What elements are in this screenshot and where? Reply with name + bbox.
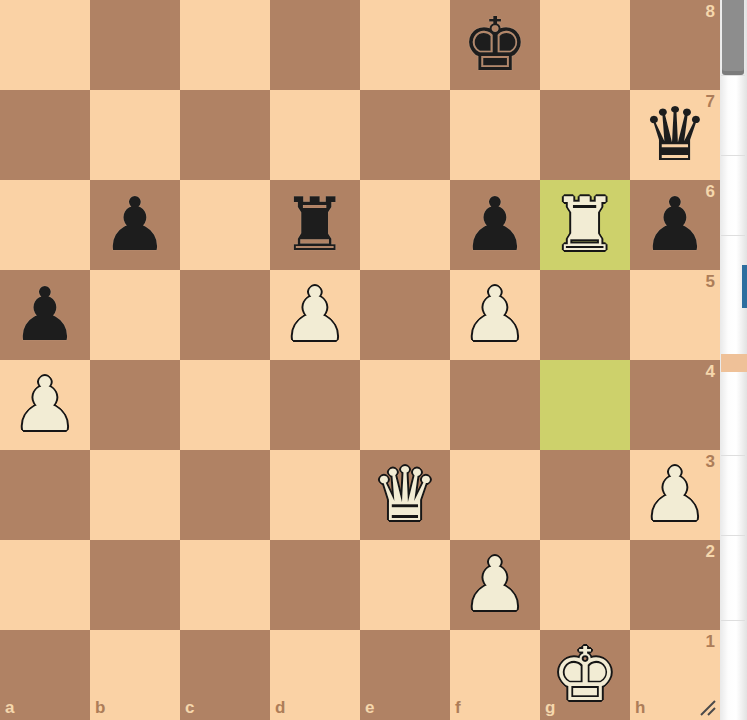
- square-g2[interactable]: [540, 540, 630, 630]
- white-pawn[interactable]: ♟: [630, 450, 720, 540]
- square-a2[interactable]: [0, 540, 90, 630]
- square-g8[interactable]: [540, 0, 630, 90]
- scroll-track-separator: [721, 235, 745, 236]
- square-h7[interactable]: ♛7: [630, 90, 720, 180]
- square-c2[interactable]: [180, 540, 270, 630]
- square-d1[interactable]: d: [270, 630, 360, 720]
- square-b5[interactable]: [90, 270, 180, 360]
- square-g1[interactable]: ♚g: [540, 630, 630, 720]
- white-queen[interactable]: ♛: [360, 450, 450, 540]
- file-label-c: c: [185, 698, 194, 718]
- square-b1[interactable]: b: [90, 630, 180, 720]
- rank-label-5: 5: [706, 272, 715, 292]
- square-e5[interactable]: [360, 270, 450, 360]
- square-d2[interactable]: [270, 540, 360, 630]
- chess-app-viewport: ♚8♛7♟♜♟♜♟6♟♟♟5♟4♛♟3♟2abcdef♚gh1: [0, 0, 747, 720]
- square-e6[interactable]: [360, 180, 450, 270]
- square-d6[interactable]: ♜: [270, 180, 360, 270]
- square-f6[interactable]: ♟: [450, 180, 540, 270]
- square-a1[interactable]: a: [0, 630, 90, 720]
- square-a4[interactable]: ♟: [0, 360, 90, 450]
- square-e3[interactable]: ♛: [360, 450, 450, 540]
- board-resize-handle-icon[interactable]: [698, 698, 718, 718]
- square-b6[interactable]: ♟: [90, 180, 180, 270]
- square-b8[interactable]: [90, 0, 180, 90]
- file-label-f: f: [455, 698, 461, 718]
- scroll-track-separator: [721, 535, 745, 536]
- white-pawn[interactable]: ♟: [0, 360, 90, 450]
- square-a8[interactable]: [0, 0, 90, 90]
- black-rook[interactable]: ♜: [270, 180, 360, 270]
- square-a5[interactable]: ♟: [0, 270, 90, 360]
- square-d7[interactable]: [270, 90, 360, 180]
- square-g6[interactable]: ♜: [540, 180, 630, 270]
- square-a7[interactable]: [0, 90, 90, 180]
- square-b3[interactable]: [90, 450, 180, 540]
- file-label-h: h: [635, 698, 645, 718]
- square-f8[interactable]: ♚: [450, 0, 540, 90]
- square-d5[interactable]: ♟: [270, 270, 360, 360]
- square-h4[interactable]: 4: [630, 360, 720, 450]
- square-b2[interactable]: [90, 540, 180, 630]
- rank-label-4: 4: [706, 362, 715, 382]
- scrollbar-thumb[interactable]: [722, 0, 744, 75]
- white-pawn[interactable]: ♟: [270, 270, 360, 360]
- square-c7[interactable]: [180, 90, 270, 180]
- square-c1[interactable]: c: [180, 630, 270, 720]
- chess-board: ♚8♛7♟♜♟♜♟6♟♟♟5♟4♛♟3♟2abcdef♚gh1: [0, 0, 720, 720]
- square-f3[interactable]: [450, 450, 540, 540]
- black-pawn[interactable]: ♟: [90, 180, 180, 270]
- scroll-track-separator: [721, 455, 745, 456]
- square-f7[interactable]: [450, 90, 540, 180]
- square-d3[interactable]: [270, 450, 360, 540]
- black-queen[interactable]: ♛: [630, 90, 720, 180]
- cutoff-peach-accent: [721, 354, 747, 372]
- white-pawn[interactable]: ♟: [450, 540, 540, 630]
- black-pawn[interactable]: ♟: [450, 180, 540, 270]
- square-e2[interactable]: [360, 540, 450, 630]
- square-f1[interactable]: f: [450, 630, 540, 720]
- file-label-e: e: [365, 698, 374, 718]
- square-d8[interactable]: [270, 0, 360, 90]
- square-f5[interactable]: ♟: [450, 270, 540, 360]
- square-g4[interactable]: [540, 360, 630, 450]
- square-g5[interactable]: [540, 270, 630, 360]
- square-e4[interactable]: [360, 360, 450, 450]
- square-a6[interactable]: [0, 180, 90, 270]
- square-b7[interactable]: [90, 90, 180, 180]
- white-pawn[interactable]: ♟: [450, 270, 540, 360]
- square-h2[interactable]: 2: [630, 540, 720, 630]
- square-f4[interactable]: [450, 360, 540, 450]
- file-label-a: a: [5, 698, 14, 718]
- square-a3[interactable]: [0, 450, 90, 540]
- square-d4[interactable]: [270, 360, 360, 450]
- rank-label-2: 2: [706, 542, 715, 562]
- black-pawn[interactable]: ♟: [0, 270, 90, 360]
- scroll-track-separator: [721, 75, 745, 76]
- cutoff-blue-accent: [742, 265, 747, 308]
- square-c4[interactable]: [180, 360, 270, 450]
- scroll-track-separator: [721, 620, 745, 621]
- square-g3[interactable]: [540, 450, 630, 540]
- file-label-d: d: [275, 698, 285, 718]
- file-label-b: b: [95, 698, 105, 718]
- square-e7[interactable]: [360, 90, 450, 180]
- square-h8[interactable]: 8: [630, 0, 720, 90]
- rank-label-8: 8: [706, 2, 715, 22]
- square-h6[interactable]: ♟6: [630, 180, 720, 270]
- square-g7[interactable]: [540, 90, 630, 180]
- square-b4[interactable]: [90, 360, 180, 450]
- square-c6[interactable]: [180, 180, 270, 270]
- rank-label-1: 1: [706, 632, 715, 652]
- scroll-track-separator: [721, 155, 745, 156]
- square-f2[interactable]: ♟: [450, 540, 540, 630]
- black-king[interactable]: ♚: [450, 0, 540, 90]
- black-pawn[interactable]: ♟: [630, 180, 720, 270]
- square-e8[interactable]: [360, 0, 450, 90]
- square-h5[interactable]: 5: [630, 270, 720, 360]
- square-e1[interactable]: e: [360, 630, 450, 720]
- square-c5[interactable]: [180, 270, 270, 360]
- white-king[interactable]: ♚: [540, 630, 630, 720]
- right-panel-scrollbar-strip: [720, 0, 747, 720]
- square-h3[interactable]: ♟3: [630, 450, 720, 540]
- square-c8[interactable]: [180, 0, 270, 90]
- square-c3[interactable]: [180, 450, 270, 540]
- white-rook[interactable]: ♜: [540, 180, 630, 270]
